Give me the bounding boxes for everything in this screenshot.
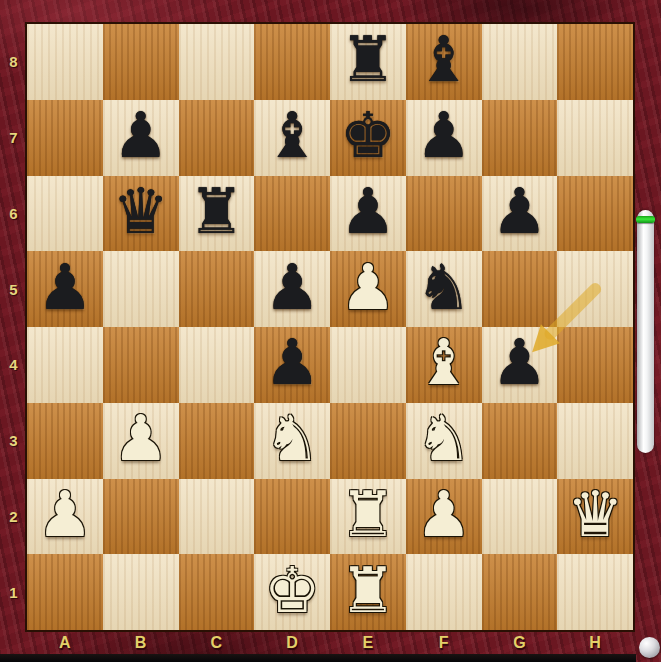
square-c3[interactable] <box>179 403 255 479</box>
file-labels: ABCDEFGH <box>27 631 633 655</box>
square-f8[interactable]: ♝ <box>406 24 482 100</box>
piece-white-king-d1[interactable]: ♚ <box>264 559 320 622</box>
square-e5[interactable]: ♟ <box>330 251 406 327</box>
square-d1[interactable]: ♚ <box>254 554 330 630</box>
rank-label-2: 2 <box>0 479 27 555</box>
square-g6[interactable]: ♟ <box>482 176 558 252</box>
square-c1[interactable] <box>179 554 255 630</box>
square-f7[interactable]: ♟ <box>406 100 482 176</box>
square-d5[interactable]: ♟ <box>254 251 330 327</box>
square-g2[interactable] <box>482 479 558 555</box>
piece-black-pawn-g4[interactable]: ♟ <box>491 331 547 394</box>
eval-slider-marker[interactable] <box>636 216 655 223</box>
file-label-a: A <box>27 631 103 655</box>
rank-label-6: 6 <box>0 176 27 252</box>
square-h6[interactable] <box>557 176 633 252</box>
square-c8[interactable] <box>179 24 255 100</box>
piece-white-queen-h2[interactable]: ♛ <box>567 483 623 546</box>
square-c5[interactable] <box>179 251 255 327</box>
square-b6[interactable]: ♛ <box>103 176 179 252</box>
square-a4[interactable] <box>27 327 103 403</box>
square-g8[interactable] <box>482 24 558 100</box>
frame-bottom-edge <box>0 654 636 662</box>
eval-slider-track[interactable] <box>637 210 654 453</box>
square-e1[interactable]: ♜ <box>330 554 406 630</box>
square-f1[interactable] <box>406 554 482 630</box>
square-f2[interactable]: ♟ <box>406 479 482 555</box>
piece-black-queen-b6[interactable]: ♛ <box>112 180 168 243</box>
square-f3[interactable]: ♞ <box>406 403 482 479</box>
square-f6[interactable] <box>406 176 482 252</box>
piece-black-pawn-b7[interactable]: ♟ <box>112 104 168 167</box>
piece-black-king-e7[interactable]: ♚ <box>340 104 396 167</box>
piece-white-pawn-b3[interactable]: ♟ <box>112 407 168 470</box>
piece-black-knight-f5[interactable]: ♞ <box>415 256 471 319</box>
square-a7[interactable] <box>27 100 103 176</box>
file-label-c: C <box>179 631 255 655</box>
square-h4[interactable] <box>557 327 633 403</box>
chess-app-window: ♜♝♟♝♚♟♛♜♟♟♟♟♟♞♟♝♟♟♞♞♟♜♟♛♚♜ 87654321 ABCD… <box>0 0 661 662</box>
file-label-f: F <box>406 631 482 655</box>
file-label-e: E <box>330 631 406 655</box>
piece-black-pawn-d5[interactable]: ♟ <box>264 256 320 319</box>
square-c7[interactable] <box>179 100 255 176</box>
square-d3[interactable]: ♞ <box>254 403 330 479</box>
slider-knob[interactable] <box>639 637 660 658</box>
square-e2[interactable]: ♜ <box>330 479 406 555</box>
square-b4[interactable] <box>103 327 179 403</box>
rank-label-5: 5 <box>0 251 27 327</box>
square-a8[interactable] <box>27 24 103 100</box>
rank-label-8: 8 <box>0 24 27 100</box>
square-d8[interactable] <box>254 24 330 100</box>
square-d2[interactable] <box>254 479 330 555</box>
file-label-h: H <box>557 631 633 655</box>
square-a6[interactable] <box>27 176 103 252</box>
piece-black-rook-e8[interactable]: ♜ <box>340 28 396 91</box>
piece-white-rook-e1[interactable]: ♜ <box>340 559 396 622</box>
rank-label-4: 4 <box>0 327 27 403</box>
file-label-d: D <box>254 631 330 655</box>
square-d4[interactable]: ♟ <box>254 327 330 403</box>
square-a5[interactable]: ♟ <box>27 251 103 327</box>
square-b2[interactable] <box>103 479 179 555</box>
piece-white-knight-d3[interactable]: ♞ <box>264 407 320 470</box>
piece-black-bishop-d7[interactable]: ♝ <box>264 104 320 167</box>
rank-label-3: 3 <box>0 403 27 479</box>
piece-white-pawn-e5[interactable]: ♟ <box>340 256 396 319</box>
piece-white-knight-f3[interactable]: ♞ <box>415 407 471 470</box>
square-g4[interactable]: ♟ <box>482 327 558 403</box>
square-g7[interactable] <box>482 100 558 176</box>
piece-black-pawn-a5[interactable]: ♟ <box>37 256 93 319</box>
piece-white-pawn-f2[interactable]: ♟ <box>415 483 471 546</box>
square-c2[interactable] <box>179 479 255 555</box>
square-g1[interactable] <box>482 554 558 630</box>
piece-black-bishop-f8[interactable]: ♝ <box>415 28 471 91</box>
rank-label-7: 7 <box>0 100 27 176</box>
square-b7[interactable]: ♟ <box>103 100 179 176</box>
square-b8[interactable] <box>103 24 179 100</box>
square-b5[interactable] <box>103 251 179 327</box>
square-g5[interactable] <box>482 251 558 327</box>
square-h1[interactable] <box>557 554 633 630</box>
piece-black-pawn-d4[interactable]: ♟ <box>264 331 320 394</box>
rank-label-1: 1 <box>0 554 27 630</box>
piece-black-rook-c6[interactable]: ♜ <box>188 180 244 243</box>
square-e4[interactable] <box>330 327 406 403</box>
piece-black-pawn-g6[interactable]: ♟ <box>491 180 547 243</box>
square-d7[interactable]: ♝ <box>254 100 330 176</box>
square-a3[interactable] <box>27 403 103 479</box>
square-h8[interactable] <box>557 24 633 100</box>
square-c4[interactable] <box>179 327 255 403</box>
piece-white-rook-e2[interactable]: ♜ <box>340 483 396 546</box>
board: ♜♝♟♝♚♟♛♜♟♟♟♟♟♞♟♝♟♟♞♞♟♜♟♛♚♜ <box>27 24 633 630</box>
file-label-g: G <box>482 631 558 655</box>
square-h7[interactable] <box>557 100 633 176</box>
piece-black-pawn-f7[interactable]: ♟ <box>415 104 471 167</box>
square-c6[interactable]: ♜ <box>179 176 255 252</box>
file-label-b: B <box>103 631 179 655</box>
square-f5[interactable]: ♞ <box>406 251 482 327</box>
square-a1[interactable] <box>27 554 103 630</box>
square-h5[interactable] <box>557 251 633 327</box>
square-g3[interactable] <box>482 403 558 479</box>
square-d6[interactable] <box>254 176 330 252</box>
piece-white-bishop-f4[interactable]: ♝ <box>415 331 471 394</box>
square-e3[interactable] <box>330 403 406 479</box>
square-b3[interactable]: ♟ <box>103 403 179 479</box>
square-h2[interactable]: ♛ <box>557 479 633 555</box>
square-h3[interactable] <box>557 403 633 479</box>
piece-black-pawn-e6[interactable]: ♟ <box>340 180 396 243</box>
square-e8[interactable]: ♜ <box>330 24 406 100</box>
piece-white-pawn-a2[interactable]: ♟ <box>37 483 93 546</box>
square-a2[interactable]: ♟ <box>27 479 103 555</box>
rank-labels: 87654321 <box>0 24 27 630</box>
square-e6[interactable]: ♟ <box>330 176 406 252</box>
square-b1[interactable] <box>103 554 179 630</box>
square-e7[interactable]: ♚ <box>330 100 406 176</box>
square-f4[interactable]: ♝ <box>406 327 482 403</box>
